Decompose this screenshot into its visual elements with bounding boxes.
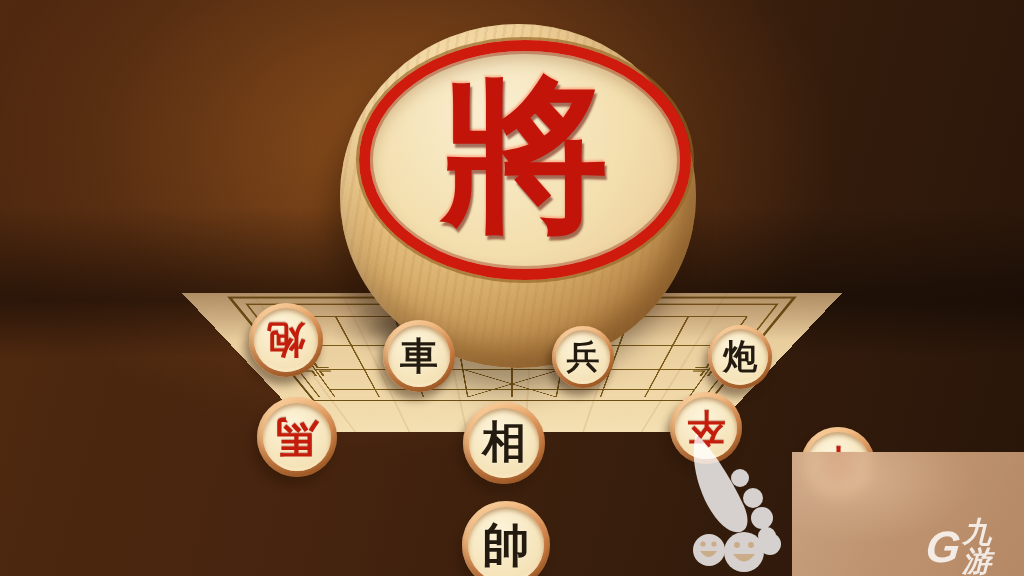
piece-black-elephant[interactable]: 相 — [463, 402, 545, 484]
piece-red-horse[interactable]: 馬 — [257, 397, 337, 477]
promo-scene: 將 炮 車 兵 炮 馬 相 卒 車 帥 G 九游 — [0, 0, 1024, 576]
piece-red-pawn[interactable]: 卒 — [670, 392, 742, 464]
floating-general-piece[interactable]: 將 — [340, 24, 696, 368]
piece-black-chariot[interactable]: 車 — [383, 320, 455, 392]
piece-red-cannon[interactable]: 炮 — [249, 303, 323, 377]
piece-glyph: 將 — [441, 72, 609, 240]
jiuyou-logo-icon: G — [924, 525, 963, 569]
jiuyou-logo-text: 九游 — [962, 518, 1022, 576]
piece-black-general[interactable]: 帥 — [462, 501, 550, 576]
jiuyou-logo: G 九游 — [926, 520, 1022, 574]
piece-face: 將 — [359, 40, 691, 280]
pea-faces — [700, 541, 755, 561]
piece-black-cannon[interactable]: 炮 — [708, 325, 772, 389]
piece-black-soldier[interactable]: 兵 — [552, 326, 614, 388]
